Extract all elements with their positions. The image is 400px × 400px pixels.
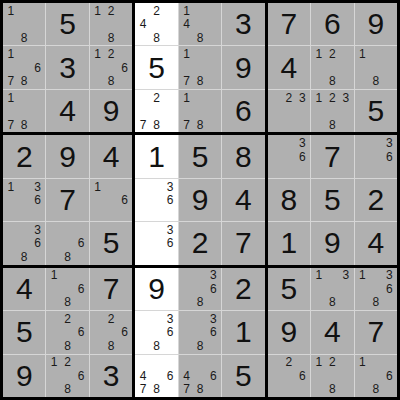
candidate-7: 7 <box>136 382 149 395</box>
cell-value: 2 <box>235 274 252 304</box>
candidate-3: 3 <box>207 269 220 282</box>
candidate-3: 3 <box>207 312 220 325</box>
candidate-grid: 248 <box>136 4 176 44</box>
candidate-3: 3 <box>31 180 44 193</box>
cell-value: 9 <box>148 274 165 304</box>
candidate-6: 6 <box>382 369 395 382</box>
cell-r2c8[interactable]: 128 <box>311 46 353 88</box>
candidate-grid: 128 <box>312 47 352 87</box>
cell-r1c5[interactable]: 148 <box>179 3 221 45</box>
cell-r7c2[interactable]: 168 <box>46 268 88 310</box>
candidate-6: 6 <box>118 193 131 206</box>
candidate-6: 6 <box>118 61 131 74</box>
candidate-1: 1 <box>356 269 369 282</box>
cell-r7c3[interactable]: 7 <box>90 268 132 310</box>
candidate-1: 1 <box>180 47 193 60</box>
candidate-2: 2 <box>150 4 163 17</box>
candidate-8: 8 <box>17 31 30 44</box>
candidate-grid: 18 <box>4 4 44 44</box>
candidate-grid: 68 <box>47 223 87 263</box>
cell-value: 3 <box>235 9 252 39</box>
candidate-grid: 368 <box>4 223 44 263</box>
cell-r4c9[interactable]: 36 <box>355 135 397 177</box>
candidate-grid: 36 <box>356 136 396 176</box>
candidate-8: 8 <box>61 382 74 395</box>
cell-r6c6[interactable]: 7 <box>222 222 264 264</box>
cell-r6c5[interactable]: 2 <box>179 222 221 264</box>
cell-r5c6[interactable]: 4 <box>222 179 264 221</box>
cell-value: 2 <box>367 185 384 215</box>
cell-r6c4[interactable]: 36 <box>135 222 177 264</box>
candidate-grid: 1268 <box>91 47 131 87</box>
candidate-8: 8 <box>369 382 382 395</box>
candidate-grid: 368 <box>180 269 220 309</box>
cell-r9c1[interactable]: 9 <box>3 355 45 397</box>
candidate-grid: 168 <box>47 269 87 309</box>
cell-r7c5[interactable]: 368 <box>179 268 221 310</box>
candidate-8: 8 <box>193 74 206 87</box>
box-r3c3: 5138136894726128168 <box>268 268 397 397</box>
candidate-1: 1 <box>356 47 369 60</box>
candidate-8: 8 <box>17 74 30 87</box>
candidate-6: 6 <box>31 193 44 206</box>
cell-r9c3[interactable]: 3 <box>90 355 132 397</box>
cell-value: 4 <box>235 185 252 215</box>
cell-value: 5 <box>324 185 341 215</box>
candidate-grid: 178 <box>180 91 220 131</box>
candidate-1: 1 <box>180 4 193 17</box>
cell-r6c8[interactable]: 9 <box>311 222 353 264</box>
cell-r5c7[interactable]: 8 <box>268 179 310 221</box>
cell-r8c8[interactable]: 4 <box>311 311 353 353</box>
candidate-grid: 16 <box>91 180 131 220</box>
cell-r9c2[interactable]: 1268 <box>46 355 88 397</box>
candidate-8: 8 <box>61 296 74 309</box>
cell-r8c7[interactable]: 9 <box>268 311 310 353</box>
candidate-8: 8 <box>61 339 74 352</box>
cell-r8c2[interactable]: 268 <box>46 311 88 353</box>
candidate-3: 3 <box>339 269 352 282</box>
cell-r1c1[interactable]: 18 <box>3 3 45 45</box>
candidate-8: 8 <box>150 339 163 352</box>
cell-value: 6 <box>324 9 341 39</box>
cell-value: 5 <box>235 361 252 391</box>
candidate-grid: 368 <box>180 312 220 352</box>
candidate-8: 8 <box>326 118 339 131</box>
cell-r1c2[interactable]: 5 <box>46 3 88 45</box>
candidate-8: 8 <box>104 31 117 44</box>
cell-value: 4 <box>103 142 120 172</box>
candidate-3: 3 <box>163 312 176 325</box>
cell-r5c8[interactable]: 5 <box>311 179 353 221</box>
candidate-2: 2 <box>326 47 339 60</box>
candidate-1: 1 <box>47 356 60 369</box>
candidate-7: 7 <box>4 118 17 131</box>
box-r1c2: 2481483517892781786 <box>135 3 264 132</box>
candidate-8: 8 <box>193 382 206 395</box>
cell-r3c4[interactable]: 278 <box>135 90 177 132</box>
candidate-4: 4 <box>136 369 149 382</box>
candidate-1: 1 <box>91 180 104 193</box>
cell-value: 6 <box>235 96 252 126</box>
cell-value: 5 <box>103 228 120 258</box>
candidate-grid: 128 <box>91 4 131 44</box>
candidate-grid: 148 <box>180 4 220 44</box>
cell-r2c1[interactable]: 1678 <box>3 46 45 88</box>
candidate-grid: 178 <box>180 47 220 87</box>
cell-value: 4 <box>281 53 298 83</box>
candidate-7: 7 <box>136 118 149 131</box>
candidate-8: 8 <box>369 296 382 309</box>
candidate-grid: 1238 <box>312 91 352 131</box>
candidate-7: 7 <box>4 74 17 87</box>
cell-r8c6[interactable]: 1 <box>222 311 264 353</box>
box-r1c1: 18512816783126817849 <box>3 3 132 132</box>
candidate-1: 1 <box>4 47 17 60</box>
cell-r2c2[interactable]: 3 <box>46 46 88 88</box>
candidate-2: 2 <box>104 47 117 60</box>
candidate-1: 1 <box>91 47 104 60</box>
candidate-grid: 26 <box>269 356 309 396</box>
cell-value: 2 <box>192 228 209 258</box>
cell-r3c6[interactable]: 6 <box>222 90 264 132</box>
candidate-2: 2 <box>104 312 117 325</box>
cell-value: 7 <box>59 185 76 215</box>
candidate-6: 6 <box>382 150 395 163</box>
cell-r9c6[interactable]: 5 <box>222 355 264 397</box>
candidate-8: 8 <box>326 74 339 87</box>
candidate-6: 6 <box>296 150 309 163</box>
candidate-8: 8 <box>150 382 163 395</box>
cell-value: 5 <box>281 274 298 304</box>
cell-r9c7[interactable]: 26 <box>268 355 310 397</box>
candidate-2: 2 <box>282 91 295 104</box>
cell-r5c1[interactable]: 136 <box>3 179 45 221</box>
candidate-grid: 36 <box>269 136 309 176</box>
cell-r2c4[interactable]: 5 <box>135 46 177 88</box>
cell-r4c4[interactable]: 1 <box>135 135 177 177</box>
cell-value: 5 <box>192 142 209 172</box>
candidate-1: 1 <box>47 269 60 282</box>
candidate-3: 3 <box>382 136 395 149</box>
candidate-2: 2 <box>150 91 163 104</box>
candidate-2: 2 <box>326 91 339 104</box>
box-r2c1: 294136716368685 <box>3 135 132 264</box>
cell-r5c2[interactable]: 7 <box>46 179 88 221</box>
candidate-8: 8 <box>104 74 117 87</box>
cell-value: 4 <box>59 96 76 126</box>
cell-value: 2 <box>16 142 33 172</box>
cell-r6c9[interactable]: 4 <box>355 222 397 264</box>
candidate-6: 6 <box>74 282 87 295</box>
candidate-6: 6 <box>74 369 87 382</box>
candidate-8: 8 <box>193 31 206 44</box>
cell-value: 9 <box>192 185 209 215</box>
cell-r7c7[interactable]: 5 <box>268 268 310 310</box>
candidate-6: 6 <box>31 61 44 74</box>
cell-r5c9[interactable]: 2 <box>355 179 397 221</box>
cell-r3c5[interactable]: 178 <box>179 90 221 132</box>
candidate-6: 6 <box>207 282 220 295</box>
cell-value: 1 <box>148 142 165 172</box>
box-r3c2: 936823683681467846785 <box>135 268 264 397</box>
cell-value: 9 <box>59 142 76 172</box>
cell-value: 8 <box>281 185 298 215</box>
cell-value: 8 <box>235 142 252 172</box>
candidate-3: 3 <box>296 91 309 104</box>
candidate-7: 7 <box>180 74 193 87</box>
cell-r4c2[interactable]: 9 <box>46 135 88 177</box>
cell-r3c1[interactable]: 178 <box>3 90 45 132</box>
cell-value: 5 <box>148 53 165 83</box>
cell-r6c2[interactable]: 68 <box>46 222 88 264</box>
cell-value: 5 <box>367 96 384 126</box>
candidate-2: 2 <box>282 356 295 369</box>
candidate-grid: 178 <box>4 91 44 131</box>
candidate-grid: 138 <box>312 269 352 309</box>
candidate-grid: 268 <box>91 312 131 352</box>
candidate-grid: 368 <box>136 312 176 352</box>
candidate-1: 1 <box>312 269 325 282</box>
cell-value: 9 <box>103 96 120 126</box>
cell-r5c5[interactable]: 9 <box>179 179 221 221</box>
cell-value: 7 <box>367 317 384 347</box>
candidate-6: 6 <box>207 369 220 382</box>
cell-r4c6[interactable]: 8 <box>222 135 264 177</box>
cell-r3c3[interactable]: 9 <box>90 90 132 132</box>
cell-r1c9[interactable]: 9 <box>355 3 397 45</box>
candidate-6: 6 <box>163 369 176 382</box>
cell-r8c5[interactable]: 368 <box>179 311 221 353</box>
cell-r2c3[interactable]: 1268 <box>90 46 132 88</box>
cell-value: 9 <box>324 228 341 258</box>
candidate-6: 6 <box>163 193 176 206</box>
cell-value: 4 <box>16 274 33 304</box>
candidate-grid: 1368 <box>356 269 396 309</box>
cell-r3c8[interactable]: 1238 <box>311 90 353 132</box>
candidate-1: 1 <box>91 4 104 17</box>
cell-r9c4[interactable]: 4678 <box>135 355 177 397</box>
cell-r1c8[interactable]: 6 <box>311 3 353 45</box>
candidate-1: 1 <box>356 356 369 369</box>
cell-value: 5 <box>59 9 76 39</box>
candidate-6: 6 <box>74 237 87 250</box>
cell-r3c9[interactable]: 5 <box>355 90 397 132</box>
cell-r3c2[interactable]: 4 <box>46 90 88 132</box>
candidate-8: 8 <box>193 296 206 309</box>
candidate-grid: 268 <box>47 312 87 352</box>
cell-value: 1 <box>281 228 298 258</box>
cell-r1c4[interactable]: 248 <box>135 3 177 45</box>
candidate-8: 8 <box>17 250 30 263</box>
candidate-3: 3 <box>382 269 395 282</box>
candidate-6: 6 <box>163 326 176 339</box>
cell-value: 3 <box>103 361 120 391</box>
cell-value: 9 <box>16 361 33 391</box>
candidate-grid: 1678 <box>4 47 44 87</box>
cell-value: 9 <box>281 317 298 347</box>
candidate-3: 3 <box>163 180 176 193</box>
candidate-2: 2 <box>61 356 74 369</box>
cell-r2c5[interactable]: 178 <box>179 46 221 88</box>
candidate-grid: 4678 <box>136 356 176 396</box>
candidate-1: 1 <box>312 91 325 104</box>
cell-value: 4 <box>367 228 384 258</box>
cell-value: 9 <box>367 9 384 39</box>
candidate-grid: 128 <box>312 356 352 396</box>
cell-r6c1[interactable]: 368 <box>3 222 45 264</box>
candidate-grid: 1268 <box>47 356 87 396</box>
cell-value: 7 <box>235 228 252 258</box>
candidate-1: 1 <box>312 47 325 60</box>
candidate-6: 6 <box>207 326 220 339</box>
candidate-8: 8 <box>150 31 163 44</box>
candidate-grid: 168 <box>356 356 396 396</box>
cell-r7c8[interactable]: 138 <box>311 268 353 310</box>
candidate-8: 8 <box>150 118 163 131</box>
candidate-8: 8 <box>193 118 206 131</box>
candidate-8: 8 <box>104 339 117 352</box>
cell-r4c5[interactable]: 5 <box>179 135 221 177</box>
cell-value: 7 <box>103 274 120 304</box>
candidate-8: 8 <box>326 296 339 309</box>
cell-r9c5[interactable]: 4678 <box>179 355 221 397</box>
cell-value: 7 <box>281 9 298 39</box>
candidate-1: 1 <box>4 91 17 104</box>
box-r3c1: 416875268268912683 <box>3 268 132 397</box>
cell-r1c3[interactable]: 128 <box>90 3 132 45</box>
cell-r5c3[interactable]: 16 <box>90 179 132 221</box>
candidate-6: 6 <box>74 326 87 339</box>
cell-r6c7[interactable]: 1 <box>268 222 310 264</box>
cell-r8c3[interactable]: 268 <box>90 311 132 353</box>
candidate-8: 8 <box>193 339 206 352</box>
candidate-8: 8 <box>17 118 30 131</box>
cell-r4c8[interactable]: 7 <box>311 135 353 177</box>
cell-value: 4 <box>324 317 341 347</box>
candidate-3: 3 <box>339 91 352 104</box>
cell-r8c9[interactable]: 7 <box>355 311 397 353</box>
cell-r4c7[interactable]: 36 <box>268 135 310 177</box>
candidate-6: 6 <box>31 237 44 250</box>
cell-r4c3[interactable]: 4 <box>90 135 132 177</box>
cell-r8c1[interactable]: 5 <box>3 311 45 353</box>
cell-value: 3 <box>59 53 76 83</box>
candidate-grid: 18 <box>356 47 396 87</box>
candidate-6: 6 <box>296 369 309 382</box>
candidate-grid: 36 <box>136 180 176 220</box>
cell-r3c7[interactable]: 23 <box>268 90 310 132</box>
candidate-3: 3 <box>296 136 309 149</box>
candidate-8: 8 <box>61 250 74 263</box>
cell-r6c3[interactable]: 5 <box>90 222 132 264</box>
candidate-6: 6 <box>118 326 131 339</box>
cell-r2c6[interactable]: 9 <box>222 46 264 88</box>
cell-r1c6[interactable]: 3 <box>222 3 264 45</box>
candidate-1: 1 <box>4 180 17 193</box>
candidate-grid: 4678 <box>180 356 220 396</box>
candidate-3: 3 <box>163 223 176 236</box>
cell-r8c4[interactable]: 368 <box>135 311 177 353</box>
cell-value: 1 <box>235 317 252 347</box>
sudoku-board: 1851281678312681784924814835178927817867… <box>0 0 400 400</box>
candidate-3: 3 <box>31 223 44 236</box>
cell-value: 9 <box>235 53 252 83</box>
candidate-2: 2 <box>104 4 117 17</box>
box-r2c3: 36736852194 <box>268 135 397 264</box>
cell-r7c1[interactable]: 4 <box>3 268 45 310</box>
candidate-2: 2 <box>326 356 339 369</box>
cell-r1c7[interactable]: 7 <box>268 3 310 45</box>
cell-r7c4[interactable]: 9 <box>135 268 177 310</box>
candidate-2: 2 <box>61 312 74 325</box>
box-r1c3: 7694128182312385 <box>268 3 397 132</box>
cell-r2c9[interactable]: 18 <box>355 46 397 88</box>
candidate-1: 1 <box>312 356 325 369</box>
cell-value: 5 <box>16 317 33 347</box>
candidate-6: 6 <box>163 237 176 250</box>
cell-r9c8[interactable]: 128 <box>311 355 353 397</box>
candidate-4: 4 <box>136 17 149 30</box>
cell-r5c4[interactable]: 36 <box>135 179 177 221</box>
candidate-7: 7 <box>180 118 193 131</box>
box-r2c2: 15836943627 <box>135 135 264 264</box>
candidate-1: 1 <box>180 91 193 104</box>
cell-r7c6[interactable]: 2 <box>222 268 264 310</box>
candidate-4: 4 <box>180 17 193 30</box>
cell-value: 7 <box>324 142 341 172</box>
cell-r4c1[interactable]: 2 <box>3 135 45 177</box>
cell-r9c9[interactable]: 168 <box>355 355 397 397</box>
candidate-grid: 23 <box>269 91 309 131</box>
candidate-1: 1 <box>4 4 17 17</box>
candidate-8: 8 <box>369 74 382 87</box>
candidate-7: 7 <box>180 382 193 395</box>
candidate-8: 8 <box>326 382 339 395</box>
candidate-grid: 36 <box>136 223 176 263</box>
candidate-grid: 278 <box>136 91 176 131</box>
cell-r2c7[interactable]: 4 <box>268 46 310 88</box>
candidate-6: 6 <box>382 282 395 295</box>
cell-r7c9[interactable]: 1368 <box>355 268 397 310</box>
candidate-4: 4 <box>180 369 193 382</box>
candidate-grid: 136 <box>4 180 44 220</box>
